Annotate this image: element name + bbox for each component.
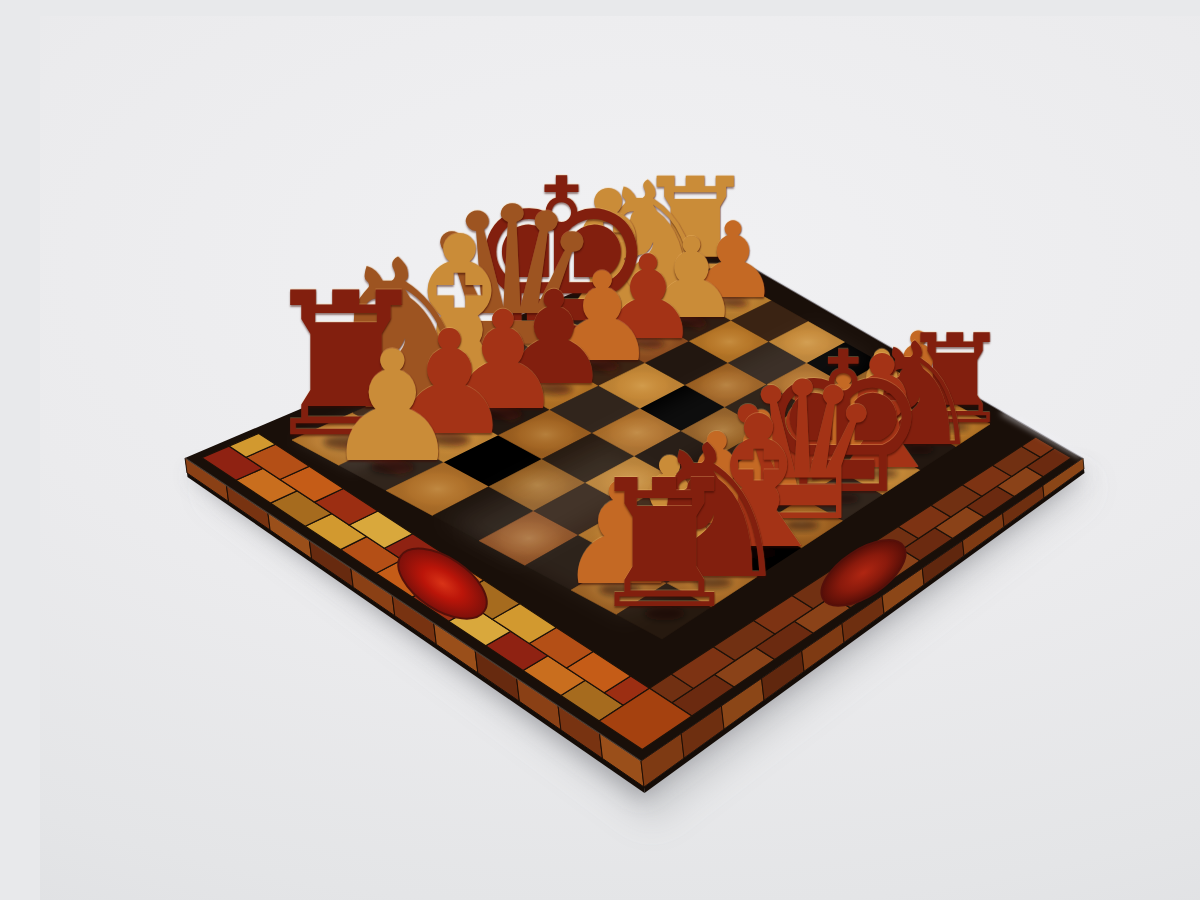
piece-black-pawn-a7[interactable]: ♟ xyxy=(324,331,461,484)
photograph: ♜♞♟♝♟♚♟♟♛♟♝♟♟♞♜♟♟♜♞♟♟♝♟♚♟♛♟♝♟♞♟♜ xyxy=(40,16,1200,900)
piece-white-rook-a1[interactable]: ♜ xyxy=(585,457,744,634)
